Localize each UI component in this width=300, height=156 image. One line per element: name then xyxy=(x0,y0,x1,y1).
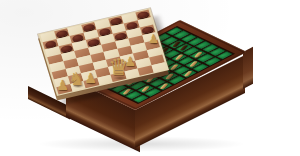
stored-light-piece xyxy=(160,83,169,89)
product-photo-scene: ♟♞♟♛♟♟ xyxy=(0,0,300,156)
stored-light-piece xyxy=(184,71,193,77)
square-h1[interactable] xyxy=(151,62,167,73)
